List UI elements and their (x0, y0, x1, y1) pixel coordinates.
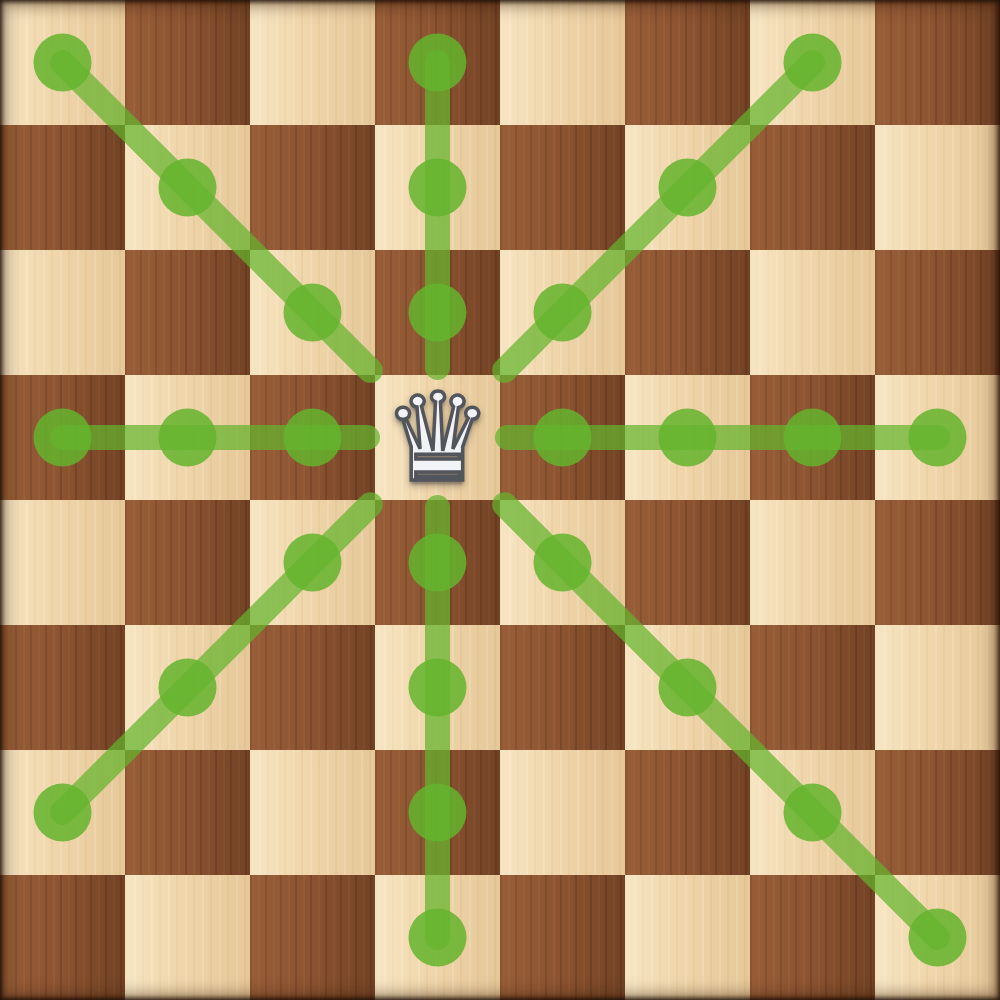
move-dot-d1[interactable] (409, 909, 467, 967)
move-dot-h1[interactable] (909, 909, 967, 967)
move-dot-e6[interactable] (534, 284, 592, 342)
move-dot-d6[interactable] (409, 284, 467, 342)
move-dot-d8[interactable] (409, 34, 467, 92)
move-dot-d4[interactable] (409, 534, 467, 592)
move-dot-a2[interactable] (34, 784, 92, 842)
move-dot-a8[interactable] (34, 34, 92, 92)
move-dot-c5[interactable] (284, 409, 342, 467)
move-dot-e4[interactable] (534, 534, 592, 592)
move-dot-g8[interactable] (784, 34, 842, 92)
move-dot-a5[interactable] (34, 409, 92, 467)
move-dot-b5[interactable] (159, 409, 217, 467)
move-dot-g2[interactable] (784, 784, 842, 842)
move-dot-b7[interactable] (159, 159, 217, 217)
move-dot-e5[interactable] (534, 409, 592, 467)
white-queen-d5[interactable]: ♛ (375, 375, 500, 500)
move-dot-c6[interactable] (284, 284, 342, 342)
move-dot-d3[interactable] (409, 659, 467, 717)
chessboard: ♛ (0, 0, 1000, 1000)
move-dot-h5[interactable] (909, 409, 967, 467)
move-dot-f7[interactable] (659, 159, 717, 217)
move-dot-c4[interactable] (284, 534, 342, 592)
move-dot-f5[interactable] (659, 409, 717, 467)
move-dot-d2[interactable] (409, 784, 467, 842)
move-dot-f3[interactable] (659, 659, 717, 717)
move-dot-b3[interactable] (159, 659, 217, 717)
move-dot-g5[interactable] (784, 409, 842, 467)
move-dot-d7[interactable] (409, 159, 467, 217)
queen-move-overlay (0, 0, 1000, 1000)
